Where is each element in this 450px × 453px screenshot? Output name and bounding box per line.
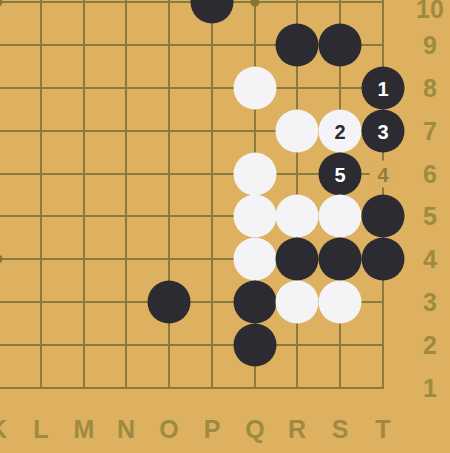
column-label-L: L bbox=[33, 417, 48, 442]
white-stone-Q4 bbox=[234, 238, 277, 281]
column-label-Q: Q bbox=[245, 417, 264, 442]
grid-horizontal-line-2 bbox=[0, 344, 384, 346]
move-number-3: 3 bbox=[377, 121, 388, 141]
black-stone-T8: 1 bbox=[362, 67, 405, 110]
grid-vertical-line-M bbox=[83, 0, 85, 389]
black-stone-T4 bbox=[362, 238, 405, 281]
column-label-S: S bbox=[332, 417, 349, 442]
grid-vertical-line-N bbox=[125, 0, 127, 389]
row-label-7: 7 bbox=[423, 119, 437, 144]
row-label-3: 3 bbox=[423, 290, 437, 315]
star-point-K4 bbox=[0, 255, 3, 264]
row-label-2: 2 bbox=[423, 333, 437, 358]
white-stone-Q8 bbox=[234, 67, 277, 110]
grid-vertical-line-O bbox=[168, 0, 170, 389]
column-label-K: K bbox=[0, 417, 7, 442]
grid-horizontal-line-1 bbox=[0, 387, 384, 389]
column-label-O: O bbox=[159, 417, 178, 442]
black-stone-O3 bbox=[148, 281, 191, 324]
star-point-K10 bbox=[0, 0, 3, 7]
row-label-1: 1 bbox=[423, 376, 437, 401]
column-label-M: M bbox=[74, 417, 95, 442]
column-label-T: T bbox=[375, 417, 390, 442]
move-number-1: 1 bbox=[377, 78, 388, 98]
white-stone-Q6 bbox=[234, 153, 277, 196]
column-label-P: P bbox=[204, 417, 221, 442]
move-number-empty-T6: 4 bbox=[370, 161, 397, 188]
grid-horizontal-line-8 bbox=[0, 87, 384, 89]
black-stone-R4 bbox=[276, 238, 319, 281]
go-board[interactable]: 12354KLMNOPQRST10987654321 bbox=[0, 0, 450, 453]
black-stone-P10 bbox=[191, 0, 234, 24]
black-stone-S4 bbox=[319, 238, 362, 281]
black-stone-T7: 3 bbox=[362, 110, 405, 153]
black-stone-Q2 bbox=[234, 324, 277, 367]
white-stone-R7 bbox=[276, 110, 319, 153]
column-label-N: N bbox=[117, 417, 135, 442]
black-stone-T5 bbox=[362, 195, 405, 238]
black-stone-Q3 bbox=[234, 281, 277, 324]
row-label-6: 6 bbox=[423, 162, 437, 187]
white-stone-R5 bbox=[276, 195, 319, 238]
column-label-R: R bbox=[288, 417, 306, 442]
grid-vertical-line-P bbox=[211, 0, 213, 389]
white-stone-S3 bbox=[319, 281, 362, 324]
white-stone-Q5 bbox=[234, 195, 277, 238]
row-label-10: 10 bbox=[416, 0, 444, 22]
white-stone-S5 bbox=[319, 195, 362, 238]
black-stone-S9 bbox=[319, 24, 362, 67]
row-label-9: 9 bbox=[423, 33, 437, 58]
move-number-2: 2 bbox=[334, 121, 345, 141]
white-stone-R3 bbox=[276, 281, 319, 324]
row-label-8: 8 bbox=[423, 76, 437, 101]
grid-vertical-line-L bbox=[40, 0, 42, 389]
row-label-5: 5 bbox=[423, 204, 437, 229]
white-stone-S7: 2 bbox=[319, 110, 362, 153]
star-point-Q10 bbox=[251, 0, 260, 7]
move-number-5: 5 bbox=[334, 164, 345, 184]
row-label-4: 4 bbox=[423, 247, 437, 272]
black-stone-R9 bbox=[276, 24, 319, 67]
black-stone-S6: 5 bbox=[319, 153, 362, 196]
